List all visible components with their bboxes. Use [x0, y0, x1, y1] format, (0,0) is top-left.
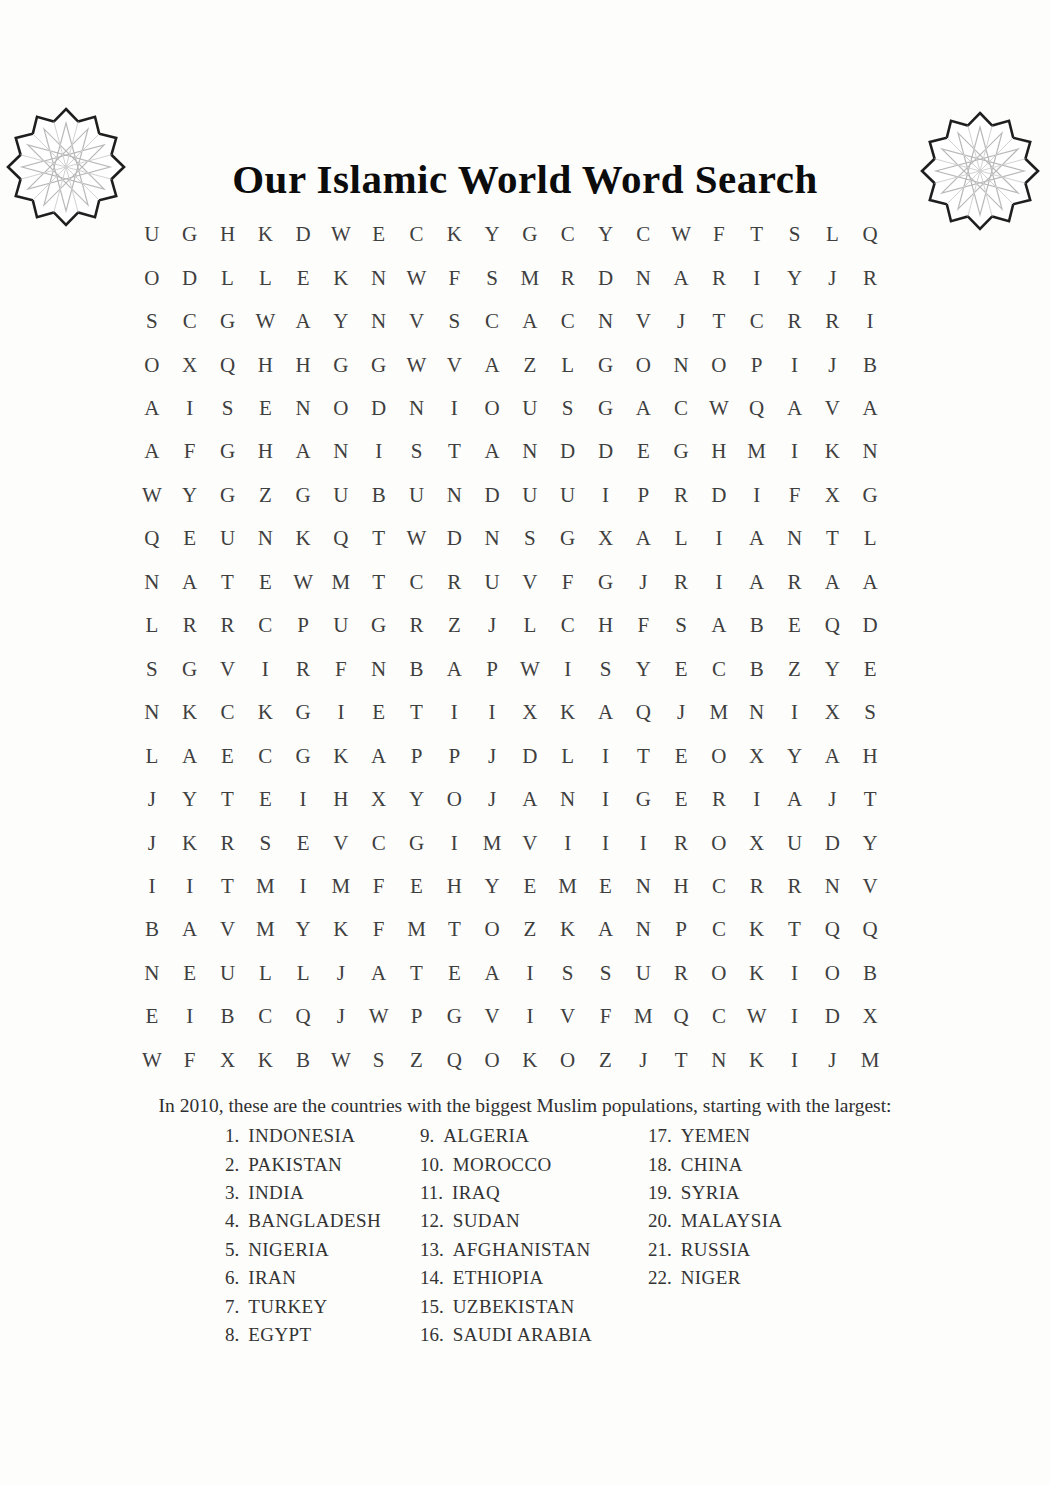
grid-cell: G: [435, 995, 473, 1038]
grid-cell: G: [662, 430, 700, 473]
grid-cell: L: [246, 952, 284, 995]
grid-cell: I: [851, 300, 889, 343]
grid-cell: P: [473, 648, 511, 691]
grid-cell: N: [360, 256, 398, 299]
grid-cell: I: [171, 995, 209, 1038]
word-list-entry: 4.BANGLADESH: [225, 1207, 420, 1235]
grid-cell: V: [549, 995, 587, 1038]
grid-cell: M: [624, 995, 662, 1038]
grid-cell: E: [662, 734, 700, 777]
grid-cell: I: [776, 691, 814, 734]
grid-cell: I: [587, 734, 625, 777]
grid-cell: E: [171, 952, 209, 995]
grid-cell: E: [662, 648, 700, 691]
grid-cell: H: [322, 778, 360, 821]
grid-cell: P: [662, 908, 700, 951]
grid-cell: J: [813, 778, 851, 821]
grid-cell: B: [284, 1039, 322, 1082]
grid-cell: O: [700, 734, 738, 777]
grid-cell: M: [473, 821, 511, 864]
grid-cell: I: [549, 648, 587, 691]
word-list-entry: 3.INDIA: [225, 1179, 420, 1207]
word-label: IRAQ: [452, 1182, 500, 1204]
word-list-entry: 13.AFGHANISTAN: [420, 1236, 648, 1264]
grid-cell: H: [700, 430, 738, 473]
grid-cell: X: [360, 778, 398, 821]
grid-cell: E: [398, 865, 436, 908]
grid-cell: G: [209, 474, 247, 517]
grid-cell: C: [398, 561, 436, 604]
word-number: 20.: [648, 1210, 672, 1232]
grid-cell: A: [171, 561, 209, 604]
word-list-entry: 7.TURKEY: [225, 1292, 420, 1320]
grid-cell: A: [133, 430, 171, 473]
grid-cell: S: [662, 604, 700, 647]
grid-cell: C: [549, 604, 587, 647]
grid-cell: U: [549, 474, 587, 517]
word-number: 9.: [420, 1125, 434, 1147]
grid-cell: H: [587, 604, 625, 647]
word-number: 17.: [648, 1125, 672, 1147]
grid-cell: L: [133, 604, 171, 647]
grid-cell: F: [700, 213, 738, 256]
grid-cell: R: [662, 952, 700, 995]
grid-cell: F: [624, 604, 662, 647]
grid-cell: U: [398, 474, 436, 517]
grid-cell: L: [246, 256, 284, 299]
grid-cell: C: [246, 604, 284, 647]
grid-cell: C: [246, 734, 284, 777]
grid-cell: V: [398, 300, 436, 343]
grid-cell: B: [738, 648, 776, 691]
grid-cell: Q: [624, 691, 662, 734]
grid-cell: C: [398, 213, 436, 256]
grid-cell: I: [700, 517, 738, 560]
grid-cell: E: [284, 256, 322, 299]
grid-cell: H: [851, 734, 889, 777]
grid-cell: G: [549, 517, 587, 560]
grid-cell: V: [435, 343, 473, 386]
grid-cell: R: [738, 865, 776, 908]
grid-cell: E: [511, 865, 549, 908]
grid-cell: J: [473, 734, 511, 777]
grid-cell: N: [322, 430, 360, 473]
grid-cell: N: [133, 952, 171, 995]
grid-cell: D: [813, 995, 851, 1038]
grid-cell: K: [171, 821, 209, 864]
grid-cell: Y: [284, 908, 322, 951]
grid-cell: F: [171, 1039, 209, 1082]
grid-cell: E: [435, 952, 473, 995]
grid-cell: T: [662, 1039, 700, 1082]
grid-cell: T: [209, 865, 247, 908]
word-label: ALGERIA: [443, 1125, 529, 1147]
grid-cell: S: [549, 387, 587, 430]
grid-cell: T: [700, 300, 738, 343]
grid-cell: I: [322, 691, 360, 734]
grid-cell: J: [624, 561, 662, 604]
grid-cell: G: [209, 300, 247, 343]
grid-cell: I: [776, 343, 814, 386]
grid-cell: V: [851, 865, 889, 908]
grid-cell: N: [624, 256, 662, 299]
word-list-column: 17.YEMEN18.CHINA19.SYRIA20.MALAYSIA21.RU…: [648, 1122, 868, 1292]
word-number: 2.: [225, 1154, 239, 1176]
grid-cell: I: [171, 865, 209, 908]
word-label: TURKEY: [248, 1296, 327, 1318]
grid-cell: A: [776, 778, 814, 821]
grid-cell: O: [133, 256, 171, 299]
grid-cell: G: [587, 387, 625, 430]
grid-cell: I: [549, 821, 587, 864]
grid-cell: L: [851, 517, 889, 560]
grid-cell: S: [587, 952, 625, 995]
grid-cell: S: [435, 300, 473, 343]
word-number: 16.: [420, 1324, 444, 1346]
grid-cell: S: [776, 213, 814, 256]
grid-cell: E: [246, 561, 284, 604]
grid-cell: S: [246, 821, 284, 864]
grid-cell: Q: [738, 387, 776, 430]
grid-cell: K: [322, 908, 360, 951]
grid-cell: B: [851, 343, 889, 386]
grid-cell: K: [738, 952, 776, 995]
grid-cell: N: [133, 561, 171, 604]
grid-cell: C: [700, 865, 738, 908]
grid-cell: Z: [435, 604, 473, 647]
instruction-text: In 2010, these are the countries with th…: [0, 1095, 1050, 1117]
grid-cell: H: [246, 343, 284, 386]
grid-cell: A: [133, 387, 171, 430]
grid-cell: O: [700, 952, 738, 995]
grid-cell: X: [738, 821, 776, 864]
grid-cell: S: [133, 648, 171, 691]
grid-cell: Y: [473, 865, 511, 908]
grid-cell: U: [624, 952, 662, 995]
grid-cell: N: [662, 343, 700, 386]
word-number: 3.: [225, 1182, 239, 1204]
grid-cell: P: [398, 734, 436, 777]
grid-cell: W: [246, 300, 284, 343]
grid-cell: W: [133, 474, 171, 517]
word-label: INDONESIA: [248, 1125, 355, 1147]
grid-cell: K: [813, 430, 851, 473]
grid-cell: R: [776, 561, 814, 604]
grid-cell: R: [700, 256, 738, 299]
grid-cell: D: [360, 387, 398, 430]
grid-cell: J: [662, 691, 700, 734]
word-list-entry: 8.EGYPT: [225, 1321, 420, 1349]
grid-cell: M: [246, 865, 284, 908]
word-label: MOROCCO: [453, 1154, 552, 1176]
grid-cell: A: [851, 387, 889, 430]
grid-cell: T: [360, 517, 398, 560]
grid-cell: W: [284, 561, 322, 604]
grid-cell: A: [700, 604, 738, 647]
grid-cell: D: [549, 430, 587, 473]
grid-cell: A: [473, 430, 511, 473]
grid-cell: Y: [398, 778, 436, 821]
grid-cell: F: [435, 256, 473, 299]
word-label: NIGER: [681, 1267, 741, 1289]
word-label: ETHIOPIA: [453, 1267, 544, 1289]
word-number: 18.: [648, 1154, 672, 1176]
grid-cell: X: [587, 517, 625, 560]
grid-cell: G: [171, 648, 209, 691]
grid-cell: N: [284, 387, 322, 430]
grid-cell: F: [171, 430, 209, 473]
grid-cell: C: [700, 995, 738, 1038]
grid-cell: G: [284, 474, 322, 517]
grid-cell: K: [549, 908, 587, 951]
grid-cell: B: [398, 648, 436, 691]
grid-cell: W: [322, 1039, 360, 1082]
grid-cell: T: [776, 908, 814, 951]
word-label: RUSSIA: [681, 1239, 751, 1261]
grid-cell: N: [776, 517, 814, 560]
grid-cell: B: [738, 604, 776, 647]
word-label: MALAYSIA: [681, 1210, 783, 1232]
grid-cell: T: [398, 691, 436, 734]
grid-cell: Q: [435, 1039, 473, 1082]
grid-cell: Y: [473, 213, 511, 256]
grid-cell: W: [398, 256, 436, 299]
grid-cell: K: [246, 213, 284, 256]
grid-cell: G: [360, 343, 398, 386]
grid-cell: N: [398, 387, 436, 430]
grid-cell: J: [133, 778, 171, 821]
grid-cell: K: [246, 691, 284, 734]
grid-cell: I: [435, 387, 473, 430]
grid-cell: R: [209, 821, 247, 864]
grid-cell: U: [511, 474, 549, 517]
grid-cell: Y: [171, 778, 209, 821]
word-label: PAKISTAN: [248, 1154, 342, 1176]
word-label: UZBEKISTAN: [453, 1296, 575, 1318]
grid-cell: O: [700, 343, 738, 386]
grid-cell: A: [360, 734, 398, 777]
grid-cell: A: [738, 517, 776, 560]
grid-cell: J: [133, 821, 171, 864]
grid-cell: I: [284, 865, 322, 908]
grid-cell: I: [511, 995, 549, 1038]
grid-cell: X: [813, 474, 851, 517]
word-number: 1.: [225, 1125, 239, 1147]
grid-cell: S: [473, 256, 511, 299]
grid-cell: O: [473, 387, 511, 430]
grid-cell: I: [776, 952, 814, 995]
grid-cell: A: [662, 256, 700, 299]
grid-cell: J: [473, 604, 511, 647]
grid-cell: O: [473, 908, 511, 951]
word-list-entry: 21.RUSSIA: [648, 1236, 868, 1264]
grid-cell: M: [322, 561, 360, 604]
grid-cell: S: [587, 648, 625, 691]
grid-cell: A: [473, 343, 511, 386]
word-label: NIGERIA: [248, 1239, 329, 1261]
grid-cell: Z: [776, 648, 814, 691]
grid-cell: L: [511, 604, 549, 647]
grid-cell: P: [624, 474, 662, 517]
grid-cell: K: [738, 1039, 776, 1082]
grid-cell: C: [662, 387, 700, 430]
grid-cell: G: [209, 430, 247, 473]
grid-cell: Q: [813, 908, 851, 951]
grid-cell: J: [662, 300, 700, 343]
grid-cell: U: [511, 387, 549, 430]
grid-cell: E: [851, 648, 889, 691]
grid-cell: T: [851, 778, 889, 821]
grid-cell: R: [171, 604, 209, 647]
grid-cell: Q: [133, 517, 171, 560]
grid-cell: Y: [776, 734, 814, 777]
grid-cell: W: [738, 995, 776, 1038]
grid-cell: L: [549, 343, 587, 386]
grid-cell: N: [587, 300, 625, 343]
grid-cell: M: [700, 691, 738, 734]
word-number: 19.: [648, 1182, 672, 1204]
grid-cell: M: [246, 908, 284, 951]
word-number: 11.: [420, 1182, 443, 1204]
grid-cell: F: [360, 865, 398, 908]
grid-cell: N: [624, 865, 662, 908]
grid-cell: O: [624, 343, 662, 386]
grid-cell: T: [209, 778, 247, 821]
grid-cell: Z: [246, 474, 284, 517]
grid-cell: C: [246, 995, 284, 1038]
grid-cell: N: [360, 300, 398, 343]
grid-cell: X: [851, 995, 889, 1038]
grid-cell: D: [587, 256, 625, 299]
grid-cell: E: [624, 430, 662, 473]
grid-cell: E: [246, 387, 284, 430]
grid-cell: A: [473, 952, 511, 995]
grid-cell: A: [360, 952, 398, 995]
word-list-entry: 2.PAKISTAN: [225, 1150, 420, 1178]
grid-cell: D: [473, 474, 511, 517]
grid-cell: K: [171, 691, 209, 734]
word-list-entry: 12.SUDAN: [420, 1207, 648, 1235]
grid-cell: F: [549, 561, 587, 604]
grid-cell: R: [813, 300, 851, 343]
grid-cell: U: [322, 474, 360, 517]
grid-cell: H: [209, 213, 247, 256]
grid-cell: U: [776, 821, 814, 864]
word-list-entry: 18.CHINA: [648, 1150, 868, 1178]
word-list-entry: 15.UZBEKISTAN: [420, 1292, 648, 1320]
grid-cell: V: [511, 821, 549, 864]
grid-cell: E: [776, 604, 814, 647]
grid-cell: Q: [284, 995, 322, 1038]
grid-cell: U: [322, 604, 360, 647]
word-list-entry: 6.IRAN: [225, 1264, 420, 1292]
grid-cell: T: [738, 213, 776, 256]
grid-cell: A: [171, 734, 209, 777]
grid-cell: M: [738, 430, 776, 473]
grid-cell: X: [209, 1039, 247, 1082]
grid-cell: S: [549, 952, 587, 995]
grid-cell: Q: [209, 343, 247, 386]
grid-cell: X: [511, 691, 549, 734]
word-number: 21.: [648, 1239, 672, 1261]
grid-cell: E: [662, 778, 700, 821]
grid-cell: N: [246, 517, 284, 560]
grid-cell: K: [549, 691, 587, 734]
grid-cell: W: [511, 648, 549, 691]
grid-cell: I: [776, 995, 814, 1038]
grid-cell: J: [473, 778, 511, 821]
grid-cell: I: [133, 865, 171, 908]
grid-cell: R: [776, 865, 814, 908]
grid-cell: O: [435, 778, 473, 821]
grid-cell: R: [662, 821, 700, 864]
grid-cell: L: [284, 952, 322, 995]
grid-cell: H: [435, 865, 473, 908]
grid-cell: K: [322, 256, 360, 299]
grid-cell: H: [662, 865, 700, 908]
grid-cell: A: [813, 561, 851, 604]
grid-cell: U: [473, 561, 511, 604]
page-title: Our Islamic World Word Search: [0, 155, 1050, 203]
grid-cell: E: [246, 778, 284, 821]
word-number: 6.: [225, 1267, 239, 1289]
grid-cell: A: [624, 387, 662, 430]
word-label: SYRIA: [681, 1182, 740, 1204]
grid-cell: Y: [171, 474, 209, 517]
grid-cell: A: [776, 387, 814, 430]
grid-cell: G: [624, 778, 662, 821]
grid-cell: E: [360, 213, 398, 256]
grid-cell: I: [587, 474, 625, 517]
grid-cell: K: [511, 1039, 549, 1082]
grid-cell: H: [284, 343, 322, 386]
word-number: 22.: [648, 1267, 672, 1289]
grid-cell: R: [662, 474, 700, 517]
word-label: SUDAN: [453, 1210, 520, 1232]
word-search-grid: UGHKDWECKYGCYCWFTSLQODLLEKNWFSMRDNARIYJR…: [133, 213, 889, 1082]
grid-cell: M: [511, 256, 549, 299]
grid-cell: I: [587, 778, 625, 821]
word-number: 14.: [420, 1267, 444, 1289]
grid-cell: D: [587, 430, 625, 473]
grid-cell: D: [511, 734, 549, 777]
grid-cell: Q: [851, 213, 889, 256]
grid-cell: T: [360, 561, 398, 604]
grid-cell: H: [246, 430, 284, 473]
grid-cell: E: [209, 734, 247, 777]
grid-cell: G: [587, 561, 625, 604]
grid-cell: O: [322, 387, 360, 430]
grid-cell: R: [398, 604, 436, 647]
grid-cell: K: [322, 734, 360, 777]
grid-cell: N: [624, 908, 662, 951]
grid-cell: R: [776, 300, 814, 343]
grid-cell: U: [209, 952, 247, 995]
grid-cell: F: [587, 995, 625, 1038]
grid-cell: I: [360, 430, 398, 473]
grid-cell: A: [587, 691, 625, 734]
grid-cell: T: [813, 517, 851, 560]
grid-cell: F: [776, 474, 814, 517]
word-label: AFGHANISTAN: [453, 1239, 591, 1261]
grid-cell: J: [322, 952, 360, 995]
grid-cell: F: [360, 908, 398, 951]
word-number: 7.: [225, 1296, 239, 1318]
grid-cell: L: [549, 734, 587, 777]
grid-cell: N: [700, 1039, 738, 1082]
grid-cell: N: [851, 430, 889, 473]
grid-cell: I: [738, 778, 776, 821]
